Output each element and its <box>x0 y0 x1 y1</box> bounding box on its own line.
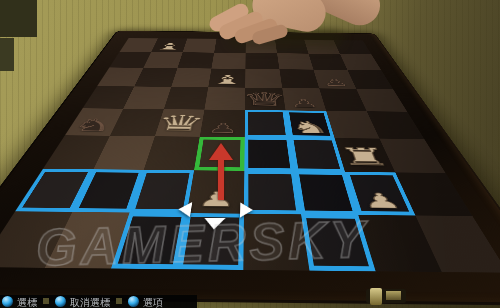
white-bishop-icon: ♝ <box>210 74 245 86</box>
legal-move-highlight-e3[interactable] <box>244 137 294 171</box>
white-bishop-icon: ♝ <box>153 42 185 51</box>
legal-move-highlight-c2[interactable] <box>130 170 194 213</box>
player-hand <box>200 0 370 58</box>
white-queen-icon: ♛ <box>152 112 208 134</box>
hud-label: 取消選標 <box>70 295 110 308</box>
black-pawn-icon: ♟ <box>290 98 319 109</box>
hud-bar: 選標 取消選標 選項 <box>0 295 197 308</box>
square-c5[interactable] <box>164 87 208 110</box>
black-knight-icon: ♞ <box>69 117 116 134</box>
black-pawn-icon: ♟ <box>207 121 238 134</box>
piece-black-queen-e5[interactable]: ♛ <box>245 88 286 111</box>
legal-move-highlight-g2[interactable] <box>345 172 415 216</box>
hud-label: 選標 <box>17 295 37 308</box>
square-a1[interactable] <box>0 211 72 268</box>
legal-move-highlight-d1[interactable] <box>177 213 244 270</box>
legal-move-highlight-c1[interactable] <box>111 212 187 269</box>
square-g3[interactable] <box>335 138 396 172</box>
piece-white-rook-g3[interactable]: ♜ <box>335 138 396 172</box>
game-screen: ♝♝♟♛♟♞♛♟♞♜♟♟ GAMERSKY 選標 取消選標 <box>0 0 500 308</box>
square-f1[interactable] <box>301 214 376 271</box>
square-c1[interactable] <box>111 212 187 269</box>
square-g2[interactable] <box>345 172 415 216</box>
square-g1[interactable] <box>358 215 442 272</box>
square-c2[interactable] <box>130 170 194 213</box>
legal-move-highlight-b2[interactable] <box>72 169 143 212</box>
white-knight-icon: ♞ <box>290 119 332 136</box>
desk-dark-patch <box>0 0 37 37</box>
square-e4[interactable] <box>245 110 290 138</box>
controller-orb-icon <box>55 296 66 307</box>
piece-white-knight-f4[interactable]: ♞ <box>286 110 335 138</box>
white-pawn-icon: ♟ <box>359 190 405 211</box>
legal-move-highlight-f3[interactable] <box>290 138 345 172</box>
piece-white-queen-c4[interactable]: ♛ <box>155 109 205 137</box>
square-b3[interactable] <box>93 136 154 170</box>
hud-item-select[interactable]: 選標 <box>0 295 37 308</box>
controller-orb-icon <box>128 296 139 307</box>
board-surface: ♝♝♟♛♟♞♛♟♞♜♟♟ <box>0 38 500 273</box>
square-c3[interactable] <box>144 136 200 170</box>
piece-white-bishop-d6[interactable]: ♝ <box>208 69 245 88</box>
controller-orb-icon <box>2 296 13 307</box>
black-queen-icon: ♛ <box>241 90 289 108</box>
square-b1[interactable] <box>45 212 130 269</box>
piece-white-pawn-g2[interactable]: ♟ <box>345 172 415 216</box>
square-e3[interactable] <box>244 137 294 171</box>
board-latch <box>363 288 409 308</box>
selection-chevron-icon <box>177 202 192 217</box>
move-arrow-shaft <box>218 157 224 200</box>
square-d5[interactable] <box>204 87 245 110</box>
square-e6[interactable] <box>245 69 282 88</box>
latch-tab <box>370 288 382 305</box>
hud-label: 選項 <box>143 295 163 308</box>
square-f3[interactable] <box>290 138 345 172</box>
hud-item-cancel[interactable]: 取消選標 <box>53 295 110 308</box>
square-b2[interactable] <box>72 169 143 212</box>
square-d1[interactable] <box>177 213 244 270</box>
square-b7[interactable] <box>143 52 182 68</box>
hud-separator <box>116 298 122 304</box>
square-g4[interactable] <box>326 111 379 139</box>
latch-tab <box>386 291 401 300</box>
white-rook-icon: ♜ <box>336 145 395 170</box>
piece-white-bishop-b8[interactable]: ♝ <box>151 38 187 52</box>
legal-move-highlight-e4[interactable] <box>245 110 290 138</box>
square-e1[interactable] <box>243 214 309 271</box>
move-arrow <box>209 143 233 201</box>
black-pawn-icon: ♟ <box>322 78 350 87</box>
selection-chevron-icon <box>240 202 253 217</box>
selection-chevron-icon <box>203 218 226 230</box>
hud-separator <box>43 298 49 304</box>
chess-board: ♝♝♟♛♟♞♛♟♞♜♟♟ <box>0 38 500 273</box>
hud-item-options[interactable]: 選項 <box>126 295 163 308</box>
square-c6[interactable] <box>171 68 211 87</box>
legal-move-highlight-f1[interactable] <box>301 214 376 271</box>
desk-dark-patch <box>0 38 14 71</box>
